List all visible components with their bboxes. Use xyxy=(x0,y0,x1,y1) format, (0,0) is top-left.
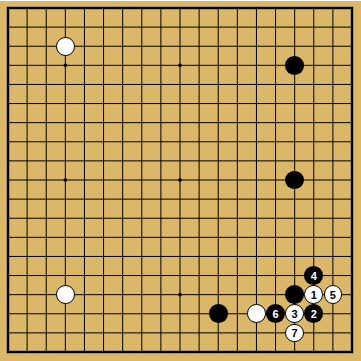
intersection xyxy=(56,285,75,304)
intersection xyxy=(132,75,151,94)
intersection xyxy=(209,75,228,94)
intersection xyxy=(132,228,151,247)
intersection xyxy=(209,247,228,266)
intersection xyxy=(56,170,75,189)
intersection xyxy=(247,304,266,323)
intersection xyxy=(209,56,228,75)
intersection xyxy=(94,18,113,37)
intersection xyxy=(0,151,18,170)
intersection xyxy=(56,94,75,113)
intersection xyxy=(18,209,37,228)
intersection xyxy=(56,323,75,342)
stone-white-move-3: 3 xyxy=(285,304,304,323)
intersection xyxy=(94,285,113,304)
intersection xyxy=(151,132,170,151)
intersection xyxy=(56,56,75,75)
intersection xyxy=(18,0,37,18)
intersection xyxy=(113,132,132,151)
intersection xyxy=(37,247,56,266)
intersection xyxy=(190,151,209,170)
intersection xyxy=(209,170,228,189)
intersection xyxy=(228,18,247,37)
intersection xyxy=(266,132,285,151)
intersection xyxy=(132,247,151,266)
intersection xyxy=(228,94,247,113)
intersection xyxy=(151,113,170,132)
intersection xyxy=(75,209,94,228)
intersection xyxy=(0,0,18,18)
intersection xyxy=(304,323,323,342)
intersection xyxy=(323,323,342,342)
intersection xyxy=(37,94,56,113)
intersection xyxy=(37,18,56,37)
intersection xyxy=(266,266,285,285)
intersection xyxy=(190,209,209,228)
intersection xyxy=(247,342,266,361)
intersection xyxy=(304,113,323,132)
intersection xyxy=(170,304,189,323)
intersection xyxy=(18,285,37,304)
go-diagram: 4156327 xyxy=(0,0,361,361)
move-number: 3 xyxy=(292,309,298,320)
intersection xyxy=(209,94,228,113)
intersection xyxy=(151,151,170,170)
intersection xyxy=(247,132,266,151)
intersection xyxy=(37,342,56,361)
intersection xyxy=(247,209,266,228)
intersection xyxy=(304,228,323,247)
intersection xyxy=(113,209,132,228)
intersection xyxy=(170,0,189,18)
intersection xyxy=(0,75,18,94)
intersection xyxy=(56,304,75,323)
intersection xyxy=(228,247,247,266)
intersection xyxy=(285,228,304,247)
intersection xyxy=(94,132,113,151)
intersection xyxy=(323,151,342,170)
intersection xyxy=(209,190,228,209)
intersection xyxy=(37,113,56,132)
intersection xyxy=(56,266,75,285)
intersection xyxy=(37,323,56,342)
intersection xyxy=(323,304,342,323)
intersection xyxy=(342,18,361,37)
intersection xyxy=(304,342,323,361)
stone-white xyxy=(56,285,75,304)
intersection xyxy=(94,228,113,247)
intersection xyxy=(190,170,209,189)
intersection xyxy=(209,228,228,247)
intersection xyxy=(37,37,56,56)
intersection xyxy=(0,209,18,228)
intersection xyxy=(132,304,151,323)
intersection xyxy=(247,170,266,189)
intersection xyxy=(94,342,113,361)
intersection xyxy=(209,323,228,342)
intersection xyxy=(247,37,266,56)
intersection xyxy=(190,304,209,323)
intersection xyxy=(0,342,18,361)
intersection xyxy=(75,151,94,170)
intersection xyxy=(75,132,94,151)
intersection xyxy=(304,190,323,209)
intersection xyxy=(113,247,132,266)
intersection xyxy=(323,190,342,209)
intersection xyxy=(0,285,18,304)
intersection xyxy=(151,209,170,228)
intersection xyxy=(209,151,228,170)
intersection xyxy=(170,209,189,228)
intersection xyxy=(323,56,342,75)
intersection xyxy=(190,18,209,37)
intersection xyxy=(37,209,56,228)
intersection xyxy=(113,0,132,18)
intersection xyxy=(0,304,18,323)
intersection xyxy=(113,170,132,189)
intersection xyxy=(56,75,75,94)
intersection xyxy=(151,285,170,304)
intersection xyxy=(94,170,113,189)
intersection xyxy=(170,323,189,342)
intersection xyxy=(132,56,151,75)
intersection xyxy=(94,94,113,113)
intersection xyxy=(266,113,285,132)
intersection xyxy=(113,56,132,75)
intersection xyxy=(247,323,266,342)
intersection xyxy=(113,94,132,113)
intersection xyxy=(266,323,285,342)
move-number: 7 xyxy=(292,328,298,339)
intersection: 6 xyxy=(266,304,285,323)
intersection xyxy=(228,170,247,189)
intersection xyxy=(37,228,56,247)
intersection xyxy=(151,247,170,266)
intersection xyxy=(266,285,285,304)
intersection xyxy=(228,209,247,228)
intersection xyxy=(342,132,361,151)
intersection xyxy=(94,0,113,18)
intersection xyxy=(37,170,56,189)
intersection xyxy=(266,37,285,56)
intersection xyxy=(285,190,304,209)
intersection xyxy=(170,342,189,361)
intersection xyxy=(228,56,247,75)
move-number: 2 xyxy=(311,309,317,320)
intersection xyxy=(56,228,75,247)
intersection xyxy=(113,75,132,94)
intersection xyxy=(285,342,304,361)
intersection xyxy=(37,0,56,18)
intersection xyxy=(0,170,18,189)
intersection xyxy=(209,18,228,37)
move-number: 6 xyxy=(272,309,278,320)
intersection xyxy=(151,37,170,56)
intersection xyxy=(190,266,209,285)
intersection xyxy=(342,209,361,228)
intersection: 1 xyxy=(304,285,323,304)
intersection xyxy=(209,113,228,132)
intersection xyxy=(132,37,151,56)
intersection xyxy=(94,304,113,323)
intersection xyxy=(285,170,304,189)
intersection xyxy=(323,132,342,151)
intersection xyxy=(18,323,37,342)
intersection xyxy=(0,37,18,56)
intersection xyxy=(18,342,37,361)
intersection xyxy=(209,266,228,285)
intersection xyxy=(94,209,113,228)
intersection xyxy=(151,0,170,18)
intersection xyxy=(323,209,342,228)
intersection xyxy=(342,247,361,266)
intersection xyxy=(266,342,285,361)
intersection xyxy=(113,151,132,170)
intersection xyxy=(18,247,37,266)
intersection xyxy=(18,228,37,247)
intersection xyxy=(170,113,189,132)
intersection xyxy=(56,18,75,37)
intersection xyxy=(94,190,113,209)
intersection xyxy=(56,37,75,56)
intersection xyxy=(209,37,228,56)
intersection xyxy=(113,18,132,37)
intersection xyxy=(37,285,56,304)
stone-white-move-7: 7 xyxy=(285,324,304,343)
intersection xyxy=(266,209,285,228)
intersection xyxy=(170,266,189,285)
intersection xyxy=(342,304,361,323)
intersection xyxy=(285,0,304,18)
intersection xyxy=(132,94,151,113)
intersection xyxy=(113,304,132,323)
intersection xyxy=(266,0,285,18)
intersection xyxy=(304,56,323,75)
intersection xyxy=(266,228,285,247)
intersection xyxy=(247,266,266,285)
intersection xyxy=(285,266,304,285)
intersection xyxy=(209,342,228,361)
intersection xyxy=(285,247,304,266)
intersection xyxy=(37,151,56,170)
intersection xyxy=(247,285,266,304)
intersection xyxy=(170,190,189,209)
intersection xyxy=(151,266,170,285)
intersection xyxy=(94,113,113,132)
intersection xyxy=(228,266,247,285)
intersection xyxy=(56,342,75,361)
intersection xyxy=(247,56,266,75)
intersection xyxy=(151,18,170,37)
intersection xyxy=(94,75,113,94)
intersection xyxy=(75,113,94,132)
intersection: 2 xyxy=(304,304,323,323)
intersection xyxy=(151,190,170,209)
intersection xyxy=(75,56,94,75)
intersection xyxy=(285,113,304,132)
intersection xyxy=(37,304,56,323)
intersection xyxy=(247,18,266,37)
intersection xyxy=(266,18,285,37)
intersection xyxy=(285,151,304,170)
intersection xyxy=(94,37,113,56)
stone-black-move-6: 6 xyxy=(266,304,285,323)
intersection xyxy=(151,170,170,189)
intersection xyxy=(18,94,37,113)
intersection xyxy=(170,170,189,189)
intersection xyxy=(247,190,266,209)
intersection xyxy=(228,75,247,94)
intersection xyxy=(132,266,151,285)
move-number: 4 xyxy=(311,271,317,282)
intersection xyxy=(266,75,285,94)
intersection xyxy=(342,37,361,56)
intersection: 3 xyxy=(285,304,304,323)
intersection xyxy=(18,151,37,170)
intersection xyxy=(190,342,209,361)
intersection xyxy=(56,0,75,18)
intersection xyxy=(37,56,56,75)
intersection xyxy=(304,247,323,266)
intersection: 7 xyxy=(285,323,304,342)
stone-white xyxy=(56,37,75,56)
intersection xyxy=(228,151,247,170)
intersection xyxy=(132,209,151,228)
intersection xyxy=(228,323,247,342)
intersection xyxy=(285,209,304,228)
intersection xyxy=(190,75,209,94)
stone-white-move-1: 1 xyxy=(304,285,323,304)
intersection xyxy=(209,132,228,151)
intersection xyxy=(94,266,113,285)
intersection xyxy=(323,94,342,113)
intersection xyxy=(75,342,94,361)
intersection xyxy=(190,190,209,209)
intersection xyxy=(304,170,323,189)
stone-black xyxy=(285,56,304,75)
intersection xyxy=(342,190,361,209)
intersection xyxy=(247,247,266,266)
intersection xyxy=(247,94,266,113)
intersection xyxy=(56,190,75,209)
intersection xyxy=(56,151,75,170)
intersection xyxy=(285,94,304,113)
intersection xyxy=(323,266,342,285)
intersection: 4 xyxy=(304,266,323,285)
intersection xyxy=(285,37,304,56)
intersection xyxy=(228,132,247,151)
intersection xyxy=(151,342,170,361)
intersection xyxy=(113,285,132,304)
intersection xyxy=(0,323,18,342)
intersection xyxy=(0,18,18,37)
intersection xyxy=(75,18,94,37)
intersection xyxy=(228,190,247,209)
intersection xyxy=(304,0,323,18)
intersection xyxy=(132,285,151,304)
stone-black xyxy=(285,171,304,190)
intersection xyxy=(0,266,18,285)
intersection xyxy=(18,170,37,189)
intersection xyxy=(18,18,37,37)
intersection xyxy=(170,151,189,170)
intersection xyxy=(323,75,342,94)
intersection xyxy=(75,0,94,18)
intersection xyxy=(342,0,361,18)
intersection xyxy=(323,342,342,361)
intersection xyxy=(18,132,37,151)
intersection xyxy=(323,18,342,37)
intersection xyxy=(190,94,209,113)
intersection xyxy=(342,113,361,132)
intersection xyxy=(304,132,323,151)
intersection xyxy=(228,342,247,361)
intersection xyxy=(18,304,37,323)
intersection xyxy=(18,37,37,56)
intersection xyxy=(342,342,361,361)
intersection xyxy=(304,37,323,56)
intersection xyxy=(304,18,323,37)
intersection xyxy=(228,228,247,247)
move-number: 5 xyxy=(330,290,336,301)
intersection xyxy=(75,94,94,113)
intersection xyxy=(228,285,247,304)
intersection xyxy=(132,18,151,37)
intersection xyxy=(132,113,151,132)
intersection xyxy=(0,247,18,266)
intersection xyxy=(37,190,56,209)
intersection xyxy=(228,37,247,56)
intersection xyxy=(323,113,342,132)
intersection xyxy=(190,132,209,151)
intersection xyxy=(18,266,37,285)
intersection xyxy=(0,113,18,132)
intersection xyxy=(209,0,228,18)
intersection xyxy=(18,113,37,132)
intersection xyxy=(342,323,361,342)
intersection xyxy=(190,323,209,342)
intersection xyxy=(342,266,361,285)
intersection xyxy=(190,247,209,266)
intersection xyxy=(75,247,94,266)
intersection xyxy=(266,170,285,189)
intersection xyxy=(209,209,228,228)
stone-black xyxy=(209,304,228,323)
goban-grid: 4156327 xyxy=(0,0,361,361)
intersection xyxy=(37,132,56,151)
intersection xyxy=(75,304,94,323)
intersection xyxy=(285,18,304,37)
intersection xyxy=(94,151,113,170)
intersection xyxy=(285,75,304,94)
intersection xyxy=(56,209,75,228)
intersection xyxy=(247,228,266,247)
intersection xyxy=(228,113,247,132)
intersection xyxy=(209,285,228,304)
intersection xyxy=(304,151,323,170)
stone-black-move-2: 2 xyxy=(304,304,323,323)
intersection xyxy=(75,228,94,247)
intersection xyxy=(170,132,189,151)
intersection xyxy=(75,75,94,94)
intersection xyxy=(94,247,113,266)
intersection xyxy=(75,170,94,189)
intersection xyxy=(323,0,342,18)
intersection xyxy=(0,56,18,75)
intersection xyxy=(170,56,189,75)
intersection xyxy=(75,190,94,209)
intersection xyxy=(342,151,361,170)
intersection xyxy=(323,170,342,189)
